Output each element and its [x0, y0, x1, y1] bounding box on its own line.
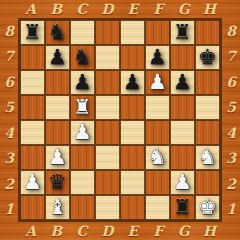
square-f7[interactable]: ♟ [145, 45, 170, 70]
piece-black-rook[interactable]: ♜ [173, 20, 192, 45]
square-a2[interactable]: ♟ [20, 170, 45, 195]
square-h6[interactable] [195, 70, 220, 95]
square-d7[interactable] [95, 45, 120, 70]
square-e1[interactable] [120, 195, 145, 220]
square-h2[interactable] [195, 170, 220, 195]
square-b8[interactable]: ♞ [45, 20, 70, 45]
square-f3[interactable]: ♞ [145, 145, 170, 170]
file-label-d: D [95, 222, 121, 240]
chess-board: ♜♞♜♟♞♟♚♟♟♟♟♜♟♟♞♞♟♛♟♝♜♚ [18, 18, 222, 222]
file-label-b: B [44, 222, 70, 240]
piece-black-rook[interactable]: ♜ [23, 20, 42, 45]
file-label-e: E [120, 0, 146, 18]
piece-black-king[interactable]: ♚ [198, 45, 217, 70]
piece-black-rook[interactable]: ♜ [173, 195, 192, 220]
rank-label-7: 7 [222, 44, 240, 70]
rank-label-8: 8 [0, 18, 18, 44]
square-e3[interactable] [120, 145, 145, 170]
square-f6[interactable]: ♟ [145, 70, 170, 95]
square-a1[interactable] [20, 195, 45, 220]
square-c3[interactable] [70, 145, 95, 170]
square-g7[interactable] [170, 45, 195, 70]
square-b7[interactable]: ♟ [45, 45, 70, 70]
square-f4[interactable] [145, 120, 170, 145]
square-d4[interactable] [95, 120, 120, 145]
file-label-d: D [95, 0, 121, 18]
square-e5[interactable] [120, 95, 145, 120]
piece-black-knight[interactable]: ♞ [73, 45, 92, 70]
square-a8[interactable]: ♜ [20, 20, 45, 45]
square-c8[interactable] [70, 20, 95, 45]
square-g4[interactable] [170, 120, 195, 145]
piece-white-pawn[interactable]: ♟ [173, 170, 192, 195]
rank-label-5: 5 [222, 95, 240, 121]
square-d1[interactable] [95, 195, 120, 220]
square-c2[interactable] [70, 170, 95, 195]
rank-label-1: 1 [0, 197, 18, 223]
rank-labels-left: 87654321 [0, 18, 18, 222]
file-label-c: C [69, 0, 95, 18]
rank-labels-right: 87654321 [222, 18, 240, 222]
square-e4[interactable] [120, 120, 145, 145]
file-label-a: A [18, 0, 44, 18]
square-c4[interactable]: ♟ [70, 120, 95, 145]
rank-label-6: 6 [0, 69, 18, 95]
square-c5[interactable]: ♜ [70, 95, 95, 120]
square-g1[interactable]: ♜ [170, 195, 195, 220]
file-label-b: B [44, 0, 70, 18]
piece-white-knight[interactable]: ♞ [198, 145, 217, 170]
square-a3[interactable] [20, 145, 45, 170]
piece-white-pawn[interactable]: ♟ [48, 145, 67, 170]
square-g2[interactable]: ♟ [170, 170, 195, 195]
square-b3[interactable]: ♟ [45, 145, 70, 170]
piece-white-pawn[interactable]: ♟ [148, 70, 167, 95]
piece-black-pawn[interactable]: ♟ [173, 70, 192, 95]
piece-white-knight[interactable]: ♞ [148, 145, 167, 170]
square-f2[interactable] [145, 170, 170, 195]
rank-label-8: 8 [222, 18, 240, 44]
file-label-a: A [18, 222, 44, 240]
square-d2[interactable] [95, 170, 120, 195]
rank-label-4: 4 [222, 120, 240, 146]
piece-white-bishop[interactable]: ♝ [48, 195, 67, 220]
rank-label-2: 2 [0, 171, 18, 197]
square-h8[interactable] [195, 20, 220, 45]
square-c7[interactable]: ♞ [70, 45, 95, 70]
square-a7[interactable] [20, 45, 45, 70]
chess-app-window: ABCDEFGH ABCDEFGH 87654321 87654321 ♜♞♜♟… [0, 0, 240, 240]
file-labels-bottom: ABCDEFGH [18, 222, 222, 240]
square-c1[interactable] [70, 195, 95, 220]
square-d8[interactable] [95, 20, 120, 45]
rank-label-6: 6 [222, 69, 240, 95]
rank-label-2: 2 [222, 171, 240, 197]
rank-label-3: 3 [222, 146, 240, 172]
piece-white-pawn[interactable]: ♟ [23, 170, 42, 195]
piece-black-pawn[interactable]: ♟ [73, 70, 92, 95]
square-c6[interactable]: ♟ [70, 70, 95, 95]
square-h5[interactable] [195, 95, 220, 120]
file-label-c: C [69, 222, 95, 240]
square-d3[interactable] [95, 145, 120, 170]
rank-label-3: 3 [0, 146, 18, 172]
square-a5[interactable] [20, 95, 45, 120]
piece-white-rook[interactable]: ♜ [73, 95, 92, 120]
square-a4[interactable] [20, 120, 45, 145]
square-h1[interactable]: ♚ [195, 195, 220, 220]
square-b1[interactable]: ♝ [45, 195, 70, 220]
file-label-g: G [171, 0, 197, 18]
rank-label-1: 1 [222, 197, 240, 223]
square-d5[interactable] [95, 95, 120, 120]
rank-label-7: 7 [0, 44, 18, 70]
rank-label-4: 4 [0, 120, 18, 146]
file-label-f: F [146, 222, 172, 240]
file-label-h: H [197, 222, 223, 240]
square-g5[interactable] [170, 95, 195, 120]
square-e6[interactable]: ♟ [120, 70, 145, 95]
rank-label-5: 5 [0, 95, 18, 121]
square-f8[interactable] [145, 20, 170, 45]
file-labels-top: ABCDEFGH [18, 0, 222, 18]
square-h7[interactable]: ♚ [195, 45, 220, 70]
piece-white-king[interactable]: ♚ [198, 195, 217, 220]
square-b6[interactable] [45, 70, 70, 95]
square-f1[interactable] [145, 195, 170, 220]
square-d6[interactable] [95, 70, 120, 95]
square-b2[interactable]: ♛ [45, 170, 70, 195]
square-b5[interactable] [45, 95, 70, 120]
file-label-f: F [146, 0, 172, 18]
piece-black-pawn[interactable]: ♟ [123, 70, 142, 95]
square-g8[interactable]: ♜ [170, 20, 195, 45]
square-b4[interactable] [45, 120, 70, 145]
file-label-h: H [197, 0, 223, 18]
piece-black-queen[interactable]: ♛ [48, 170, 67, 195]
square-h3[interactable]: ♞ [195, 145, 220, 170]
square-e8[interactable] [120, 20, 145, 45]
piece-black-knight[interactable]: ♞ [48, 20, 67, 45]
square-g3[interactable] [170, 145, 195, 170]
file-label-e: E [120, 222, 146, 240]
square-e2[interactable] [120, 170, 145, 195]
square-a6[interactable] [20, 70, 45, 95]
piece-black-pawn[interactable]: ♟ [48, 45, 67, 70]
square-g6[interactable]: ♟ [170, 70, 195, 95]
file-label-g: G [171, 222, 197, 240]
square-e7[interactable] [120, 45, 145, 70]
piece-white-pawn[interactable]: ♟ [73, 120, 92, 145]
piece-black-pawn[interactable]: ♟ [148, 45, 167, 70]
square-h4[interactable] [195, 120, 220, 145]
square-f5[interactable] [145, 95, 170, 120]
